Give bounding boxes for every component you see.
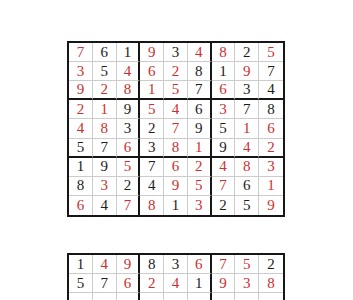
sudoku-cell-r1c8[interactable]: 5 (235, 255, 259, 274)
sudoku-cell-r7c4[interactable]: 7 (140, 158, 164, 177)
sudoku-cell-r1c2[interactable]: 4 (93, 255, 117, 274)
sudoku-cell-r6c5[interactable]: 8 (164, 139, 188, 158)
sudoku-cell-r2c7[interactable]: 1 (212, 62, 236, 81)
sudoku-cell-r5c4[interactable]: 2 (140, 119, 164, 138)
sudoku-cell-r3c9[interactable]: 4 (259, 81, 283, 100)
sudoku-cell-r1c5[interactable]: 3 (164, 255, 188, 274)
sudoku-cell-r2c3[interactable]: 4 (117, 62, 141, 81)
sudoku-cell-r4c1[interactable]: 2 (69, 100, 93, 119)
sudoku-cell-r8c3[interactable]: 2 (117, 177, 141, 196)
sudoku-cell-r2c7[interactable]: 9 (212, 274, 236, 293)
sudoku-cell-r2c6[interactable]: 1 (188, 274, 212, 293)
sudoku-cell-r3c1[interactable] (69, 293, 93, 300)
sudoku-cell-r8c2[interactable]: 3 (93, 177, 117, 196)
sudoku-cell-r5c3[interactable]: 3 (117, 119, 141, 138)
sudoku-cell-r5c5[interactable]: 7 (164, 119, 188, 138)
sudoku-cell-r2c1[interactable]: 3 (69, 62, 93, 81)
sudoku-cell-r7c8[interactable]: 8 (235, 158, 259, 177)
sudoku-cell-r3c2[interactable] (93, 293, 117, 300)
sudoku-cell-r3c3[interactable]: 8 (117, 81, 141, 100)
sudoku-cell-r7c3[interactable]: 5 (117, 158, 141, 177)
sudoku-cell-r1c6[interactable]: 6 (188, 255, 212, 274)
sudoku-cell-r9c4[interactable]: 8 (140, 196, 164, 215)
sudoku-cell-r1c2[interactable]: 6 (93, 43, 117, 62)
sudoku-cell-r6c8[interactable]: 4 (235, 139, 259, 158)
sudoku-cell-r1c9[interactable]: 5 (259, 43, 283, 62)
sudoku-cell-r2c9[interactable]: 8 (259, 274, 283, 293)
sudoku-cell-r2c8[interactable]: 3 (235, 274, 259, 293)
sudoku-cell-r4c7[interactable]: 3 (212, 100, 236, 119)
sudoku-cell-r2c4[interactable]: 2 (140, 274, 164, 293)
sudoku-cell-r2c9[interactable]: 7 (259, 62, 283, 81)
sudoku-cell-r9c9[interactable]: 9 (259, 196, 283, 215)
sudoku-cell-r4c4[interactable]: 5 (140, 100, 164, 119)
sudoku-cell-r9c8[interactable]: 5 (235, 196, 259, 215)
sudoku-cell-r1c1[interactable]: 7 (69, 43, 93, 62)
sudoku-cell-r3c4[interactable]: 1 (140, 81, 164, 100)
sudoku-cell-r2c2[interactable]: 7 (93, 274, 117, 293)
sudoku-cell-r4c9[interactable]: 8 (259, 100, 283, 119)
sudoku-cell-r8c9[interactable]: 1 (259, 177, 283, 196)
sudoku-cell-r3c5[interactable]: 5 (164, 81, 188, 100)
sudoku-board-top: 7619348253546281979281576342195463784832… (67, 41, 285, 217)
sudoku-cell-r4c6[interactable]: 6 (188, 100, 212, 119)
sudoku-cell-r1c9[interactable]: 2 (259, 255, 283, 274)
sudoku-cell-r3c9[interactable] (259, 293, 283, 300)
sudoku-cell-r7c6[interactable]: 2 (188, 158, 212, 177)
sudoku-cell-r6c9[interactable]: 2 (259, 139, 283, 158)
sudoku-cell-r1c4[interactable]: 8 (140, 255, 164, 274)
sudoku-cell-r9c2[interactable]: 4 (93, 196, 117, 215)
sudoku-cell-r3c3[interactable] (117, 293, 141, 300)
sudoku-cell-r9c1[interactable]: 6 (69, 196, 93, 215)
sudoku-cell-r1c7[interactable]: 8 (212, 43, 236, 62)
sudoku-cell-r4c8[interactable]: 7 (235, 100, 259, 119)
sudoku-cell-r1c6[interactable]: 4 (188, 43, 212, 62)
sudoku-cell-r5c8[interactable]: 1 (235, 119, 259, 138)
sudoku-cell-r8c5[interactable]: 9 (164, 177, 188, 196)
sudoku-cell-r6c7[interactable]: 9 (212, 139, 236, 158)
sudoku-cell-r2c5[interactable]: 4 (164, 274, 188, 293)
sudoku-cell-r2c5[interactable]: 2 (164, 62, 188, 81)
sudoku-cell-r2c6[interactable]: 8 (188, 62, 212, 81)
sudoku-cell-r5c1[interactable]: 4 (69, 119, 93, 138)
sudoku-cell-r9c5[interactable]: 1 (164, 196, 188, 215)
sudoku-cell-r7c5[interactable]: 6 (164, 158, 188, 177)
sudoku-cell-r9c7[interactable]: 2 (212, 196, 236, 215)
sudoku-cell-r3c8[interactable] (235, 293, 259, 300)
sudoku-cell-r3c1[interactable]: 9 (69, 81, 93, 100)
sudoku-cell-r1c3[interactable]: 1 (117, 43, 141, 62)
sudoku-cell-r6c6[interactable]: 1 (188, 139, 212, 158)
sudoku-cell-r6c1[interactable]: 5 (69, 139, 93, 158)
sudoku-cell-r3c6[interactable]: 7 (188, 81, 212, 100)
sudoku-cell-r7c7[interactable]: 4 (212, 158, 236, 177)
sudoku-cell-r3c7[interactable] (212, 293, 236, 300)
sudoku-cell-r3c7[interactable]: 6 (212, 81, 236, 100)
sudoku-cell-r4c3[interactable]: 9 (117, 100, 141, 119)
sudoku-cell-r7c1[interactable]: 1 (69, 158, 93, 177)
sudoku-cell-r9c6[interactable]: 3 (188, 196, 212, 215)
sudoku-cell-r1c4[interactable]: 9 (140, 43, 164, 62)
sudoku-cell-r8c7[interactable]: 7 (212, 177, 236, 196)
sudoku-cell-r1c1[interactable]: 1 (69, 255, 93, 274)
sudoku-cell-r6c3[interactable]: 6 (117, 139, 141, 158)
sudoku-cell-r2c1[interactable]: 5 (69, 274, 93, 293)
sudoku-cell-r2c4[interactable]: 6 (140, 62, 164, 81)
sudoku-cell-r5c9[interactable]: 6 (259, 119, 283, 138)
sudoku-cell-r8c8[interactable]: 6 (235, 177, 259, 196)
sudoku-cell-r2c8[interactable]: 9 (235, 62, 259, 81)
sudoku-cell-r6c2[interactable]: 7 (93, 139, 117, 158)
sudoku-cell-r1c8[interactable]: 2 (235, 43, 259, 62)
sudoku-cell-r6c4[interactable]: 3 (140, 139, 164, 158)
sudoku-cell-r3c6[interactable] (188, 293, 212, 300)
sudoku-board-bottom: 149836752576241938 (67, 253, 285, 300)
sudoku-cell-r2c3[interactable]: 6 (117, 274, 141, 293)
sudoku-cell-r1c3[interactable]: 9 (117, 255, 141, 274)
sudoku-cell-r9c3[interactable]: 7 (117, 196, 141, 215)
sudoku-cell-r4c2[interactable]: 1 (93, 100, 117, 119)
sudoku-cell-r7c9[interactable]: 3 (259, 158, 283, 177)
sudoku-cell-r8c6[interactable]: 5 (188, 177, 212, 196)
sudoku-cell-r3c4[interactable] (140, 293, 164, 300)
sudoku-cell-r8c1[interactable]: 8 (69, 177, 93, 196)
sudoku-cell-r1c5[interactable]: 3 (164, 43, 188, 62)
sudoku-cell-r3c2[interactable]: 2 (93, 81, 117, 100)
sudoku-cell-r2c2[interactable]: 5 (93, 62, 117, 81)
sudoku-cell-r7c2[interactable]: 9 (93, 158, 117, 177)
page: { "game": "sudoku", "colors": { "given_d… (0, 0, 353, 300)
sudoku-cell-r5c7[interactable]: 5 (212, 119, 236, 138)
sudoku-cell-r3c5[interactable] (164, 293, 188, 300)
sudoku-cell-r4c5[interactable]: 4 (164, 100, 188, 119)
sudoku-cell-r3c8[interactable]: 3 (235, 81, 259, 100)
sudoku-cell-r1c7[interactable]: 7 (212, 255, 236, 274)
sudoku-cell-r5c2[interactable]: 8 (93, 119, 117, 138)
sudoku-cell-r5c6[interactable]: 9 (188, 119, 212, 138)
sudoku-cell-r8c4[interactable]: 4 (140, 177, 164, 196)
